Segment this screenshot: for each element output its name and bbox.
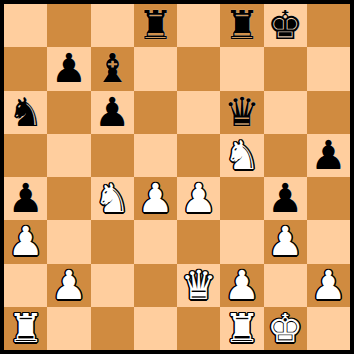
white-rook-f1[interactable]: ♜ [224,307,260,350]
square-a5[interactable] [4,134,47,177]
square-b5[interactable] [47,134,90,177]
square-h2[interactable]: ♟ [307,264,350,307]
square-g8[interactable]: ♚ [264,4,307,47]
square-d4[interactable]: ♟ [134,177,177,220]
white-pawn-a3[interactable]: ♟ [8,220,44,263]
square-g5[interactable] [264,134,307,177]
square-b1[interactable] [47,307,90,350]
white-pawn-b2[interactable]: ♟ [51,264,87,307]
square-g1[interactable]: ♚ [264,307,307,350]
square-h8[interactable] [307,4,350,47]
black-rook-d8[interactable]: ♜ [137,4,173,47]
square-f2[interactable]: ♟ [220,264,263,307]
square-f3[interactable] [220,220,263,263]
white-pawn-e4[interactable]: ♟ [181,177,217,220]
square-b2[interactable]: ♟ [47,264,90,307]
square-b6[interactable] [47,91,90,134]
white-knight-c4[interactable]: ♞ [94,177,130,220]
square-d6[interactable] [134,91,177,134]
white-knight-f5[interactable]: ♞ [224,134,260,177]
board-frame: ♜♜♚♟♝♞♟♛♞♟♟♞♟♟♟♟♟♟♛♟♟♜♜♚ [0,0,354,354]
square-d1[interactable] [134,307,177,350]
white-queen-e2[interactable]: ♛ [181,264,217,307]
square-c7[interactable]: ♝ [91,47,134,90]
black-knight-a6[interactable]: ♞ [8,91,44,134]
black-queen-f6[interactable]: ♛ [224,91,260,134]
square-e4[interactable]: ♟ [177,177,220,220]
square-a3[interactable]: ♟ [4,220,47,263]
square-h6[interactable] [307,91,350,134]
square-d7[interactable] [134,47,177,90]
black-pawn-b7[interactable]: ♟ [51,47,87,90]
square-g7[interactable] [264,47,307,90]
square-e2[interactable]: ♛ [177,264,220,307]
square-f7[interactable] [220,47,263,90]
square-b3[interactable] [47,220,90,263]
square-d3[interactable] [134,220,177,263]
square-h1[interactable] [307,307,350,350]
square-a4[interactable]: ♟ [4,177,47,220]
square-b7[interactable]: ♟ [47,47,90,90]
white-rook-a1[interactable]: ♜ [8,307,44,350]
black-rook-f8[interactable]: ♜ [224,4,260,47]
chess-board: ♜♜♚♟♝♞♟♛♞♟♟♞♟♟♟♟♟♟♛♟♟♜♜♚ [4,4,350,350]
square-a6[interactable]: ♞ [4,91,47,134]
square-f4[interactable] [220,177,263,220]
square-a2[interactable] [4,264,47,307]
square-b8[interactable] [47,4,90,47]
black-pawn-a4[interactable]: ♟ [8,177,44,220]
black-pawn-h5[interactable]: ♟ [310,134,346,177]
white-king-g1[interactable]: ♚ [267,307,303,350]
square-b4[interactable] [47,177,90,220]
square-c3[interactable] [91,220,134,263]
square-d5[interactable] [134,134,177,177]
square-d8[interactable]: ♜ [134,4,177,47]
square-c6[interactable]: ♟ [91,91,134,134]
square-c5[interactable] [91,134,134,177]
square-f8[interactable]: ♜ [220,4,263,47]
square-c8[interactable] [91,4,134,47]
square-e3[interactable] [177,220,220,263]
square-c4[interactable]: ♞ [91,177,134,220]
square-a1[interactable]: ♜ [4,307,47,350]
square-f6[interactable]: ♛ [220,91,263,134]
white-pawn-h2[interactable]: ♟ [310,264,346,307]
square-c2[interactable] [91,264,134,307]
square-f5[interactable]: ♞ [220,134,263,177]
square-h3[interactable] [307,220,350,263]
white-pawn-f2[interactable]: ♟ [224,264,260,307]
square-h4[interactable] [307,177,350,220]
square-g2[interactable] [264,264,307,307]
square-e1[interactable] [177,307,220,350]
square-e8[interactable] [177,4,220,47]
square-e7[interactable] [177,47,220,90]
square-g4[interactable]: ♟ [264,177,307,220]
square-g3[interactable]: ♟ [264,220,307,263]
square-c1[interactable] [91,307,134,350]
square-f1[interactable]: ♜ [220,307,263,350]
square-h5[interactable]: ♟ [307,134,350,177]
white-pawn-g3[interactable]: ♟ [267,220,303,263]
square-g6[interactable] [264,91,307,134]
black-pawn-g4[interactable]: ♟ [267,177,303,220]
square-a8[interactable] [4,4,47,47]
square-e5[interactable] [177,134,220,177]
white-pawn-d4[interactable]: ♟ [137,177,173,220]
square-h7[interactable] [307,47,350,90]
square-a7[interactable] [4,47,47,90]
black-pawn-c6[interactable]: ♟ [94,91,130,134]
black-bishop-c7[interactable]: ♝ [94,47,130,90]
black-king-g8[interactable]: ♚ [267,4,303,47]
square-d2[interactable] [134,264,177,307]
square-e6[interactable] [177,91,220,134]
